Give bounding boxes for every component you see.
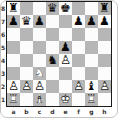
square-h5: [98, 41, 111, 54]
square-g1: ♜♖: [85, 93, 98, 106]
piece-white-pawn-b2: ♙: [20, 80, 33, 93]
square-d3: [46, 67, 59, 80]
file-label-g: g: [85, 107, 98, 116]
square-h1: [98, 93, 111, 106]
square-c1: ♝♗: [33, 93, 46, 106]
file-label-h: h: [98, 107, 111, 116]
square-a1: ♜♖: [7, 93, 20, 106]
square-b5: [20, 41, 33, 54]
square-g6: [85, 28, 98, 41]
piece-black-king-e8: ♚: [59, 2, 72, 15]
square-b6: [20, 28, 33, 41]
piece-black-queen-b7: ♛: [20, 15, 33, 28]
file-labels: abcdefgh: [7, 107, 111, 116]
chess-diagram: 87654321 ♜♛♚♜♟♛♟♟♟♟♟♞♟♙♞♘♟♙♟♙♟♙♟♙♝♟♙♜♖♝♗…: [0, 0, 118, 118]
square-c7: ♟: [33, 15, 46, 28]
square-b7: ♛: [20, 15, 33, 28]
square-g5: [85, 41, 98, 54]
piece-white-bishop-c1: ♗: [33, 93, 46, 106]
square-d7: [46, 15, 59, 28]
piece-white-pawn-h2: ♙: [98, 80, 111, 93]
square-d2: [46, 80, 59, 93]
piece-white-rook-a1: ♖: [7, 93, 20, 106]
square-b2: ♟♙: [20, 80, 33, 93]
piece-black-queen-d8: ♛: [46, 2, 59, 15]
square-b1: [20, 93, 33, 106]
square-d8: ♛: [46, 2, 59, 15]
piece-black-pawn-f7: ♟: [72, 15, 85, 28]
square-a5: [7, 41, 20, 54]
square-f7: ♟: [72, 15, 85, 28]
square-c5: [33, 41, 46, 54]
piece-black-pawn-a7: ♟: [7, 15, 20, 28]
square-f6: [72, 28, 85, 41]
square-e1: ♚♔: [59, 93, 72, 106]
square-h4: [98, 54, 111, 67]
square-f5: [72, 41, 85, 54]
square-g4: [85, 54, 98, 67]
square-e8: ♚: [59, 2, 72, 15]
square-b4: [20, 54, 33, 67]
file-label-e: e: [59, 107, 72, 116]
piece-black-pawn-g7: ♟: [85, 15, 98, 28]
square-e4: ♟♙: [59, 54, 72, 67]
square-c6: [33, 28, 46, 41]
piece-white-rook-g1: ♖: [85, 93, 98, 106]
square-a6: [7, 28, 20, 41]
chess-board: ♜♛♚♜♟♛♟♟♟♟♟♞♟♙♞♘♟♙♟♙♟♙♟♙♝♟♙♜♖♝♗♚♔♜♖: [6, 1, 112, 107]
square-d4: ♞: [46, 54, 59, 67]
square-f1: [72, 93, 85, 106]
square-g7: ♟: [85, 15, 98, 28]
file-label-a: a: [7, 107, 20, 116]
piece-black-pawn-c7: ♟: [33, 15, 46, 28]
square-f2: ♟♙: [72, 80, 85, 93]
square-e3: [59, 67, 72, 80]
piece-black-knight-d4: ♞: [46, 54, 59, 67]
square-f4: [72, 54, 85, 67]
piece-white-pawn-f2: ♙: [72, 80, 85, 93]
piece-black-pawn-h7: ♟: [98, 15, 111, 28]
square-e7: [59, 15, 72, 28]
piece-white-king-e1: ♔: [59, 93, 72, 106]
square-a4: [7, 54, 20, 67]
square-h6: [98, 28, 111, 41]
square-d6: [46, 28, 59, 41]
piece-white-pawn-e4: ♙: [59, 54, 72, 67]
file-label-f: f: [72, 107, 85, 116]
square-h2: ♟♙: [98, 80, 111, 93]
file-label-b: b: [20, 107, 33, 116]
square-h7: ♟: [98, 15, 111, 28]
file-label-c: c: [33, 107, 46, 116]
square-a7: ♟: [7, 15, 20, 28]
square-d1: [46, 93, 59, 106]
file-label-d: d: [46, 107, 59, 116]
